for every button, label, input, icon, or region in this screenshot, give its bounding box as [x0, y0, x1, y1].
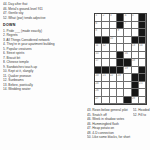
cell-number: 17: [95, 59, 98, 62]
clue-line: 51. Hooded: [133, 108, 150, 113]
cell-number: 4: [125, 14, 127, 17]
grid-cell[interactable]: [117, 37, 124, 45]
cell-number: 12: [103, 44, 106, 47]
cell-number: 3: [110, 14, 112, 17]
black-cell: [132, 74, 139, 82]
cell-number: 22: [110, 74, 113, 77]
grid-cell[interactable]: 12: [102, 44, 109, 52]
grid-cell[interactable]: [110, 82, 117, 90]
grid-cell[interactable]: [124, 89, 131, 97]
bottom-clue-column-left: 43. Rows below general pilot45. Snatch o…: [87, 108, 131, 140]
left-clue-column: 44. Day after that46. Metal's ground-lev…: [3, 2, 65, 92]
grid-cell[interactable]: [110, 89, 117, 97]
grid-cell[interactable]: [110, 59, 117, 67]
clue-line: 52. What (par) tends adjective: [3, 16, 65, 21]
grid-cell[interactable]: [124, 82, 131, 90]
clue-line: 14. Wedding seater: [3, 87, 65, 92]
grid-cell[interactable]: [124, 37, 131, 45]
grid-cell[interactable]: [124, 74, 131, 82]
cell-number: 11: [95, 44, 98, 47]
grid-cell[interactable]: [102, 29, 109, 37]
black-cell: [139, 29, 146, 37]
cell-number: 24: [95, 82, 98, 85]
grid-cell[interactable]: 25: [139, 82, 146, 90]
cell-number: 28: [132, 97, 135, 100]
clue-line: 52. Fill to: [133, 113, 150, 118]
cell-number: 21: [103, 74, 106, 77]
grid-cell[interactable]: [110, 22, 117, 30]
crossword-page: 44. Day after that46. Metal's ground-lev…: [0, 0, 150, 150]
cell-number: 9: [117, 29, 119, 32]
black-cell: [139, 22, 146, 30]
black-cell: [139, 14, 146, 22]
grid-cell[interactable]: 9: [117, 29, 124, 37]
grid-cell[interactable]: [117, 82, 124, 90]
cell-number: 5: [132, 14, 134, 17]
cell-number: 18: [132, 59, 135, 62]
grid-cell[interactable]: 3: [110, 14, 117, 22]
cell-number: 15: [95, 52, 98, 55]
grid-cell[interactable]: [117, 89, 124, 97]
bottom-clue-column-right: 51. Hooded52. Fill to: [133, 108, 150, 117]
cell-number: 20: [95, 74, 98, 77]
grid-cell[interactable]: [132, 22, 139, 30]
cell-number: 23: [117, 74, 120, 77]
crossword-grid: 1234567891011121314151617181920212223242…: [94, 13, 147, 105]
cell-number: 16: [125, 52, 128, 55]
grid-cell[interactable]: [102, 89, 109, 97]
grid-cell[interactable]: [117, 44, 124, 52]
black-cell: [117, 14, 124, 22]
black-cell: [139, 67, 146, 75]
cell-number: 14: [139, 44, 142, 47]
grid-cell[interactable]: [102, 52, 109, 60]
cell-number: 25: [139, 82, 142, 85]
grid-cell[interactable]: 13: [132, 44, 139, 52]
cell-number: 13: [132, 44, 135, 47]
grid-cell[interactable]: [110, 52, 117, 60]
grid-cell[interactable]: [139, 97, 146, 105]
grid-cell[interactable]: 7: [124, 22, 131, 30]
grid-cell[interactable]: 21: [102, 74, 109, 82]
grid-cell[interactable]: 8: [95, 29, 102, 37]
grid-cell[interactable]: [132, 29, 139, 37]
grid-cell[interactable]: 14: [139, 44, 146, 52]
grid-cell[interactable]: 27: [95, 97, 102, 105]
grid-cell[interactable]: [102, 59, 109, 67]
grid-cell[interactable]: [139, 59, 146, 67]
grid-cell[interactable]: 10: [110, 37, 117, 45]
cell-number: 2: [103, 14, 105, 17]
clue-line: 50. Like some blocks, for short: [87, 135, 131, 140]
grid-cell[interactable]: 5: [132, 14, 139, 22]
grid-cell[interactable]: 28: [132, 97, 139, 105]
down-clue-list: 1. Pride ___ (made exactly)2. Regrets3. …: [3, 29, 65, 92]
clue-line: 43. Rows below general pilot: [87, 108, 131, 113]
grid-cell[interactable]: [139, 89, 146, 97]
cell-number: 7: [125, 22, 127, 25]
grid-cell[interactable]: 22: [110, 74, 117, 82]
grid-cell[interactable]: 17: [95, 59, 102, 67]
grid-cell[interactable]: [102, 22, 109, 30]
cell-number: 19: [125, 67, 128, 70]
black-cell: [117, 59, 124, 67]
grid-cell[interactable]: [139, 52, 146, 60]
grid-cell[interactable]: 18: [132, 59, 139, 67]
black-cell: [117, 52, 124, 60]
grid-cell[interactable]: [102, 97, 109, 105]
cell-number: 26: [95, 89, 98, 92]
cell-number: 8: [95, 29, 97, 32]
cell-number: 6: [95, 22, 97, 25]
black-cell: [132, 82, 139, 90]
cell-number: 27: [95, 97, 98, 100]
grid-cell[interactable]: [110, 44, 117, 52]
black-cell: [124, 97, 131, 105]
grid-cell[interactable]: [110, 97, 117, 105]
grid-cell[interactable]: [117, 97, 124, 105]
grid-cell[interactable]: [124, 29, 131, 37]
cell-number: 1: [95, 14, 97, 17]
cell-number: 10: [110, 37, 113, 40]
grid-cell[interactable]: [132, 67, 139, 75]
grid-cell[interactable]: 23: [117, 74, 124, 82]
grid-cell[interactable]: 2: [102, 14, 109, 22]
grid-cell[interactable]: 19: [124, 67, 131, 75]
grid-cell[interactable]: [102, 82, 109, 90]
grid-cell[interactable]: 16: [124, 52, 131, 60]
across-clue-list-tail: 44. Day after that46. Metal's ground-lev…: [3, 2, 65, 20]
down-header: DOWN: [3, 23, 65, 27]
